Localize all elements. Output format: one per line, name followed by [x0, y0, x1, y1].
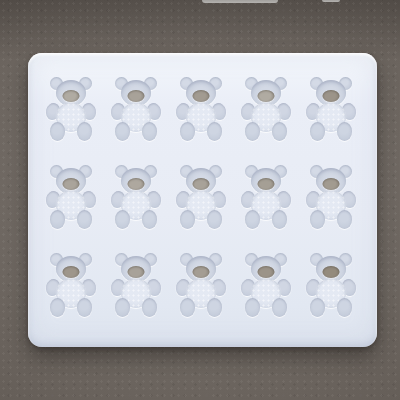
bear-muzzle	[192, 90, 209, 102]
bear-foot-left	[50, 210, 65, 229]
bear-foot-left	[115, 122, 130, 141]
bear-cavity	[176, 77, 226, 143]
mold-flash-tab-small	[322, 0, 340, 2]
bear-cavity	[46, 253, 96, 319]
bear-foot-left	[245, 298, 260, 317]
bear-cavity	[111, 77, 161, 143]
bear-foot-left	[245, 122, 260, 141]
bear-muzzle	[257, 178, 274, 190]
bear-muzzle	[62, 178, 79, 190]
bear-foot-right	[77, 298, 92, 317]
bear-foot-left	[245, 210, 260, 229]
silicone-mold	[28, 53, 377, 347]
bear-cavity	[111, 253, 161, 319]
bear-muzzle	[322, 266, 339, 278]
bear-muzzle	[192, 266, 209, 278]
bear-foot-left	[115, 210, 130, 229]
bear-foot-left	[180, 298, 195, 317]
bear-cavity	[241, 77, 291, 143]
bear-foot-left	[310, 122, 325, 141]
bear-foot-right	[272, 122, 287, 141]
bear-muzzle	[192, 178, 209, 190]
bear-foot-left	[310, 298, 325, 317]
bear-muzzle	[257, 90, 274, 102]
bear-foot-right	[272, 298, 287, 317]
bear-cavity	[176, 253, 226, 319]
bear-muzzle	[127, 178, 144, 190]
bear-foot-right	[77, 122, 92, 141]
bear-foot-right	[337, 210, 352, 229]
bear-foot-right	[142, 210, 157, 229]
bear-muzzle	[322, 90, 339, 102]
bear-cavity	[306, 253, 356, 319]
bear-foot-right	[337, 298, 352, 317]
bear-foot-right	[142, 298, 157, 317]
bear-foot-left	[310, 210, 325, 229]
bear-foot-left	[50, 122, 65, 141]
bear-foot-left	[115, 298, 130, 317]
bear-cavity	[306, 77, 356, 143]
bear-foot-left	[180, 210, 195, 229]
bear-foot-right	[142, 122, 157, 141]
photo-background	[0, 0, 400, 400]
mold-flash-tab	[202, 0, 278, 3]
bear-cavity	[241, 165, 291, 231]
bear-foot-left	[50, 298, 65, 317]
bear-muzzle	[127, 266, 144, 278]
bear-cavity	[46, 77, 96, 143]
bear-cavity	[111, 165, 161, 231]
bear-muzzle	[62, 90, 79, 102]
bear-foot-right	[207, 210, 222, 229]
bear-cavity	[46, 165, 96, 231]
bear-cavity	[306, 165, 356, 231]
bear-cavity	[241, 253, 291, 319]
bear-muzzle	[257, 266, 274, 278]
cavity-grid	[38, 66, 363, 330]
bear-foot-left	[180, 122, 195, 141]
bear-muzzle	[322, 178, 339, 190]
bear-foot-right	[207, 122, 222, 141]
bear-foot-right	[272, 210, 287, 229]
bear-foot-right	[207, 298, 222, 317]
bear-muzzle	[127, 90, 144, 102]
bear-foot-right	[77, 210, 92, 229]
bear-cavity	[176, 165, 226, 231]
bear-foot-right	[337, 122, 352, 141]
bear-muzzle	[62, 266, 79, 278]
